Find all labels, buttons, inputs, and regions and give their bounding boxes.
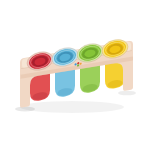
ground-shadow-right-leg bbox=[118, 91, 136, 96]
ground-shadow-main bbox=[20, 101, 124, 113]
rack-group bbox=[20, 37, 133, 108]
product-photo bbox=[0, 0, 150, 150]
ground-shadow-left-leg bbox=[15, 106, 35, 111]
toy-rack-illustration bbox=[0, 0, 150, 150]
